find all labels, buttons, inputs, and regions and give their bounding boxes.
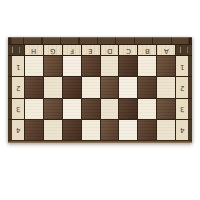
square-c3 bbox=[119, 99, 137, 119]
file-label-cell-b: B bbox=[138, 45, 156, 55]
board-frame-top bbox=[8, 37, 192, 44]
square-b3 bbox=[138, 99, 156, 119]
file-label-cell-g: G bbox=[44, 45, 62, 55]
square-h2 bbox=[25, 77, 43, 97]
rank-label: 3 bbox=[180, 105, 184, 112]
file-label: D bbox=[107, 47, 112, 54]
file-label: E bbox=[88, 47, 92, 54]
rank-label-cell-1-right: 1 bbox=[176, 56, 192, 76]
rank-label-cell-4-left: 4 bbox=[8, 120, 24, 140]
square-b2 bbox=[138, 77, 156, 97]
chess-board: HGFEDCBA 11223344 bbox=[8, 37, 192, 143]
file-label-cell-f: F bbox=[63, 45, 81, 55]
square-c1 bbox=[119, 56, 137, 76]
file-label-cell-d: D bbox=[101, 45, 119, 55]
frame-corner-top-left bbox=[8, 45, 24, 55]
square-g4 bbox=[44, 120, 62, 140]
square-h4 bbox=[25, 120, 43, 140]
file-label: H bbox=[31, 47, 36, 54]
square-b4 bbox=[138, 120, 156, 140]
square-g3 bbox=[44, 99, 62, 119]
rank-label: 1 bbox=[180, 63, 184, 70]
board-squares: 11223344 bbox=[8, 56, 192, 140]
square-c2 bbox=[119, 77, 137, 97]
square-f1 bbox=[63, 56, 81, 76]
file-label-cell-e: E bbox=[82, 45, 100, 55]
file-label: C bbox=[126, 47, 131, 54]
square-g1 bbox=[44, 56, 62, 76]
square-d2 bbox=[101, 77, 119, 97]
board-fold-edge bbox=[8, 140, 192, 143]
square-h1 bbox=[25, 56, 43, 76]
rank-label-cell-4-right: 4 bbox=[176, 120, 192, 140]
file-label-cell-c: C bbox=[119, 45, 137, 55]
rank-label: 3 bbox=[16, 105, 20, 112]
square-d3 bbox=[101, 99, 119, 119]
rank-label-cell-3-left: 3 bbox=[8, 99, 24, 119]
rank-label: 1 bbox=[16, 63, 20, 70]
rank-label: 2 bbox=[16, 84, 20, 91]
square-d4 bbox=[101, 120, 119, 140]
file-label: A bbox=[164, 47, 169, 54]
rank-label-cell-2-right: 2 bbox=[176, 77, 192, 97]
file-label: F bbox=[70, 47, 74, 54]
square-a1 bbox=[157, 56, 175, 76]
frame-corner-top-right bbox=[176, 45, 192, 55]
rank-label-cell-3-right: 3 bbox=[176, 99, 192, 119]
square-e2 bbox=[82, 77, 100, 97]
rank-label: 4 bbox=[16, 126, 20, 133]
square-f2 bbox=[63, 77, 81, 97]
square-a4 bbox=[157, 120, 175, 140]
rank-label: 2 bbox=[180, 84, 184, 91]
file-label-cell-h: H bbox=[25, 45, 43, 55]
rank-label-cell-1-left: 1 bbox=[8, 56, 24, 76]
square-d1 bbox=[101, 56, 119, 76]
rank-label: 4 bbox=[180, 126, 184, 133]
square-g2 bbox=[44, 77, 62, 97]
square-a2 bbox=[157, 77, 175, 97]
square-c4 bbox=[119, 120, 137, 140]
square-e1 bbox=[82, 56, 100, 76]
file-label-cell-a: A bbox=[157, 45, 175, 55]
square-f4 bbox=[63, 120, 81, 140]
square-f3 bbox=[63, 99, 81, 119]
photo-background: HGFEDCBA 11223344 bbox=[0, 0, 200, 200]
square-e4 bbox=[82, 120, 100, 140]
square-e3 bbox=[82, 99, 100, 119]
square-a3 bbox=[157, 99, 175, 119]
file-label: G bbox=[50, 47, 55, 54]
file-label-strip: HGFEDCBA bbox=[8, 44, 192, 56]
rank-label-cell-2-left: 2 bbox=[8, 77, 24, 97]
square-h3 bbox=[25, 99, 43, 119]
square-b1 bbox=[138, 56, 156, 76]
file-label: B bbox=[145, 47, 150, 54]
